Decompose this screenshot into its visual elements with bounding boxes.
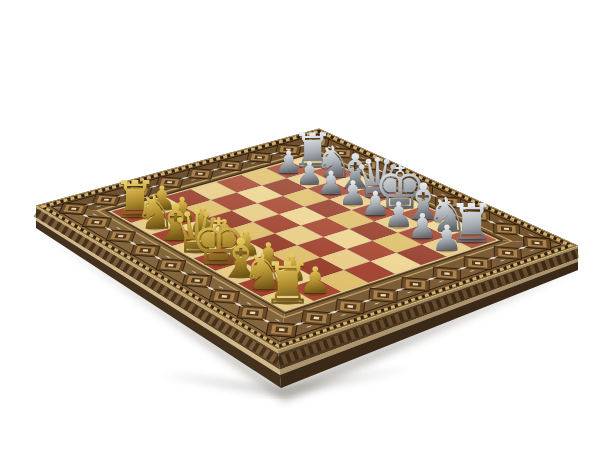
frame-mosaic-motif	[250, 311, 256, 314]
frame-mosaic-motif	[222, 295, 228, 298]
frame-mosaic-motif	[104, 199, 109, 201]
frame-mosaic-motif	[535, 242, 540, 244]
chess-set-photo: ♜♟♞♟♝♟♛♟♚♟♟♜♝♟♟♞♞♟♟♝♜♟♟♛♟♚♟♝♟♞♟♜	[0, 0, 600, 450]
frame-mosaic-motif	[381, 294, 387, 297]
frame-mosaic-motif	[94, 221, 100, 223]
frame-mosaic-motif	[413, 283, 418, 286]
frame-mosaic-motif	[143, 249, 149, 252]
piece-white-rook-h1[interactable]: ♜	[259, 255, 316, 312]
chessboard	[0, 0, 600, 450]
frame-mosaic-motif	[71, 208, 77, 210]
frame-mosaic-motif	[314, 317, 320, 320]
frame-mosaic-motif	[198, 173, 203, 175]
frame-mosaic-motif	[194, 279, 200, 282]
frame-mosaic-motif	[504, 228, 509, 230]
frame-mosaic-motif	[279, 328, 285, 331]
frame-mosaic-motif	[505, 252, 510, 255]
frame-mosaic-motif	[257, 156, 262, 158]
frame-mosaic-motif	[118, 235, 124, 237]
piece-black-pawn-h7[interactable]: ♟	[429, 221, 464, 256]
frame-mosaic-motif	[228, 165, 233, 167]
frame-mosaic-motif	[475, 262, 480, 265]
frame-mosaic-motif	[444, 272, 449, 275]
